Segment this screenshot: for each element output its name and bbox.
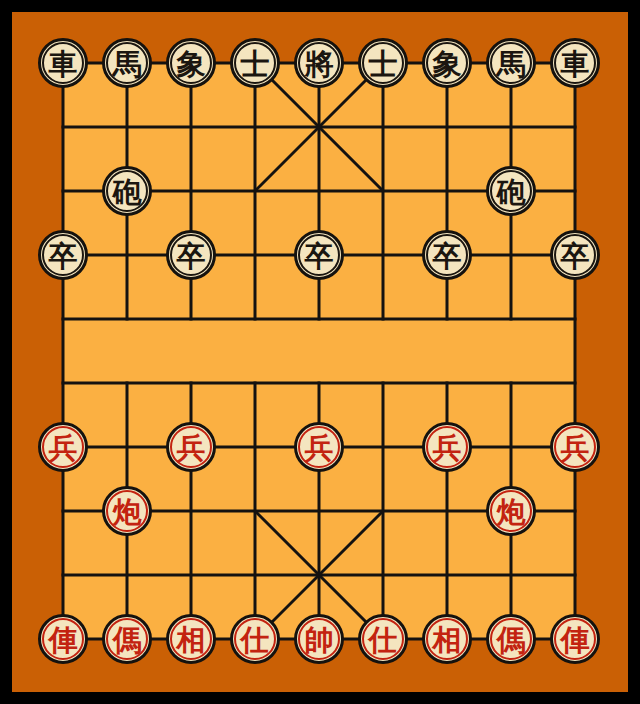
intersection-r3c3[interactable] xyxy=(223,223,287,287)
piece-glyph: 俥 xyxy=(49,626,78,655)
intersection-r9c6[interactable]: 相 xyxy=(415,607,479,671)
piece-red-soldier[interactable]: 兵 xyxy=(294,422,344,472)
intersection-r0c6[interactable]: 象 xyxy=(415,31,479,95)
piece-glyph: 象 xyxy=(177,50,206,79)
intersection-r3c0[interactable]: 卒 xyxy=(31,223,95,287)
intersection-r4c0[interactable] xyxy=(31,287,95,351)
intersection-r2c6[interactable] xyxy=(415,159,479,223)
intersection-r5c6[interactable] xyxy=(415,351,479,415)
piece-red-general[interactable]: 帥 xyxy=(294,614,344,664)
intersection-r1c0[interactable] xyxy=(31,95,95,159)
intersection-r0c3[interactable]: 士 xyxy=(223,31,287,95)
piece-black-cannon[interactable]: 砲 xyxy=(486,166,536,216)
intersection-r2c3[interactable] xyxy=(223,159,287,223)
intersection-r2c5[interactable] xyxy=(351,159,415,223)
piece-black-soldier[interactable]: 卒 xyxy=(422,230,472,280)
piece-glyph: 俥 xyxy=(561,626,590,655)
intersection-r4c1[interactable] xyxy=(95,287,159,351)
piece-red-elephant[interactable]: 相 xyxy=(166,614,216,664)
intersection-r5c7[interactable] xyxy=(479,351,543,415)
intersection-r2c2[interactable] xyxy=(159,159,223,223)
intersection-r4c6[interactable] xyxy=(415,287,479,351)
piece-glyph: 車 xyxy=(49,50,78,79)
piece-glyph: 相 xyxy=(177,626,206,655)
intersection-r5c5[interactable] xyxy=(351,351,415,415)
piece-glyph: 兵 xyxy=(49,434,78,463)
intersection-r0c5[interactable]: 士 xyxy=(351,31,415,95)
piece-glyph: 兵 xyxy=(177,434,206,463)
intersection-r7c5[interactable] xyxy=(351,479,415,543)
piece-glyph: 士 xyxy=(241,50,270,79)
intersection-r8c3[interactable] xyxy=(223,543,287,607)
piece-glyph: 車 xyxy=(561,50,590,79)
piece-glyph: 砲 xyxy=(497,178,526,207)
piece-black-general[interactable]: 將 xyxy=(294,38,344,88)
intersection-r2c7[interactable]: 砲 xyxy=(479,159,543,223)
intersection-r4c8[interactable] xyxy=(543,287,607,351)
intersection-r6c4[interactable]: 兵 xyxy=(287,415,351,479)
xiangqi-screenshot: 車馬象士將士象馬車砲砲卒卒卒卒卒兵兵兵兵兵炮炮俥傌相仕帥仕相傌俥 xyxy=(0,0,640,704)
intersection-r6c8[interactable]: 兵 xyxy=(543,415,607,479)
intersection-r6c6[interactable]: 兵 xyxy=(415,415,479,479)
piece-black-elephant[interactable]: 象 xyxy=(166,38,216,88)
intersection-r0c2[interactable]: 象 xyxy=(159,31,223,95)
intersection-r7c7[interactable]: 炮 xyxy=(479,479,543,543)
intersection-r9c8[interactable]: 俥 xyxy=(543,607,607,671)
intersection-r3c7[interactable] xyxy=(479,223,543,287)
intersection-r0c8[interactable]: 車 xyxy=(543,31,607,95)
intersection-r5c3[interactable] xyxy=(223,351,287,415)
piece-red-chariot[interactable]: 俥 xyxy=(38,614,88,664)
intersection-r7c0[interactable] xyxy=(31,479,95,543)
intersection-r0c1[interactable]: 馬 xyxy=(95,31,159,95)
piece-glyph: 帥 xyxy=(305,626,334,655)
intersection-r3c2[interactable]: 卒 xyxy=(159,223,223,287)
piece-glyph: 仕 xyxy=(369,626,398,655)
intersection-r2c1[interactable]: 砲 xyxy=(95,159,159,223)
intersection-r4c5[interactable] xyxy=(351,287,415,351)
intersection-r5c2[interactable] xyxy=(159,351,223,415)
intersection-r5c4[interactable] xyxy=(287,351,351,415)
intersection-r8c7[interactable] xyxy=(479,543,543,607)
intersection-r2c8[interactable] xyxy=(543,159,607,223)
piece-black-chariot[interactable]: 車 xyxy=(550,38,600,88)
intersection-r9c1[interactable]: 傌 xyxy=(95,607,159,671)
piece-black-cannon[interactable]: 砲 xyxy=(102,166,152,216)
piece-glyph: 炮 xyxy=(497,498,526,527)
piece-glyph: 將 xyxy=(305,50,334,79)
intersection-r4c2[interactable] xyxy=(159,287,223,351)
intersection-r3c1[interactable] xyxy=(95,223,159,287)
piece-glyph: 兵 xyxy=(305,434,334,463)
intersection-r3c4[interactable]: 卒 xyxy=(287,223,351,287)
piece-red-soldier[interactable]: 兵 xyxy=(38,422,88,472)
piece-black-advisor[interactable]: 士 xyxy=(358,38,408,88)
piece-red-elephant[interactable]: 相 xyxy=(422,614,472,664)
intersection-r6c7[interactable] xyxy=(479,415,543,479)
intersection-r9c7[interactable]: 傌 xyxy=(479,607,543,671)
piece-black-elephant[interactable]: 象 xyxy=(422,38,472,88)
piece-red-chariot[interactable]: 俥 xyxy=(550,614,600,664)
piece-red-horse[interactable]: 傌 xyxy=(102,614,152,664)
piece-black-soldier[interactable]: 卒 xyxy=(550,230,600,280)
intersection-r1c7[interactable] xyxy=(479,95,543,159)
intersection-r9c2[interactable]: 相 xyxy=(159,607,223,671)
intersection-r4c3[interactable] xyxy=(223,287,287,351)
intersection-r2c4[interactable] xyxy=(287,159,351,223)
intersection-r7c3[interactable] xyxy=(223,479,287,543)
piece-glyph: 卒 xyxy=(177,242,206,271)
piece-glyph: 兵 xyxy=(561,434,590,463)
piece-black-chariot[interactable]: 車 xyxy=(38,38,88,88)
piece-red-horse[interactable]: 傌 xyxy=(486,614,536,664)
intersection-r4c7[interactable] xyxy=(479,287,543,351)
intersection-r6c2[interactable]: 兵 xyxy=(159,415,223,479)
intersection-r6c5[interactable] xyxy=(351,415,415,479)
piece-black-advisor[interactable]: 士 xyxy=(230,38,280,88)
piece-black-horse[interactable]: 馬 xyxy=(486,38,536,88)
intersection-r9c3[interactable]: 仕 xyxy=(223,607,287,671)
intersection-r7c1[interactable]: 炮 xyxy=(95,479,159,543)
piece-red-advisor[interactable]: 仕 xyxy=(230,614,280,664)
intersection-r7c4[interactable] xyxy=(287,479,351,543)
piece-black-horse[interactable]: 馬 xyxy=(102,38,152,88)
piece-glyph: 砲 xyxy=(113,178,142,207)
intersection-r8c2[interactable] xyxy=(159,543,223,607)
intersection-r1c5[interactable] xyxy=(351,95,415,159)
intersection-r8c5[interactable] xyxy=(351,543,415,607)
intersection-r1c3[interactable] xyxy=(223,95,287,159)
piece-glyph: 象 xyxy=(433,50,462,79)
intersection-r7c6[interactable] xyxy=(415,479,479,543)
piece-glyph: 卒 xyxy=(433,242,462,271)
intersection-r4c4[interactable] xyxy=(287,287,351,351)
intersection-r3c5[interactable] xyxy=(351,223,415,287)
piece-glyph: 相 xyxy=(433,626,462,655)
piece-glyph: 仕 xyxy=(241,626,270,655)
intersection-r3c8[interactable]: 卒 xyxy=(543,223,607,287)
piece-glyph: 卒 xyxy=(305,242,334,271)
piece-red-cannon[interactable]: 炮 xyxy=(486,486,536,536)
intersection-r7c2[interactable] xyxy=(159,479,223,543)
piece-red-soldier[interactable]: 兵 xyxy=(550,422,600,472)
intersection-r6c3[interactable] xyxy=(223,415,287,479)
board: 車馬象士將士象馬車砲砲卒卒卒卒卒兵兵兵兵兵炮炮俥傌相仕帥仕相傌俥 xyxy=(31,31,607,671)
piece-red-advisor[interactable]: 仕 xyxy=(358,614,408,664)
piece-glyph: 傌 xyxy=(497,626,526,655)
intersection-r3c6[interactable]: 卒 xyxy=(415,223,479,287)
intersection-r1c1[interactable] xyxy=(95,95,159,159)
intersection-r0c4[interactable]: 將 xyxy=(287,31,351,95)
intersection-r7c8[interactable] xyxy=(543,479,607,543)
piece-glyph: 馬 xyxy=(113,50,142,79)
intersection-r5c1[interactable] xyxy=(95,351,159,415)
piece-glyph: 炮 xyxy=(113,498,142,527)
piece-red-soldier[interactable]: 兵 xyxy=(166,422,216,472)
intersection-r8c4[interactable] xyxy=(287,543,351,607)
piece-black-soldier[interactable]: 卒 xyxy=(166,230,216,280)
piece-glyph: 兵 xyxy=(433,434,462,463)
intersection-r9c4[interactable]: 帥 xyxy=(287,607,351,671)
piece-glyph: 士 xyxy=(369,50,398,79)
intersection-r9c5[interactable]: 仕 xyxy=(351,607,415,671)
intersection-r6c1[interactable] xyxy=(95,415,159,479)
piece-red-soldier[interactable]: 兵 xyxy=(422,422,472,472)
piece-glyph: 卒 xyxy=(49,242,78,271)
intersection-r0c0[interactable]: 車 xyxy=(31,31,95,95)
intersection-r8c6[interactable] xyxy=(415,543,479,607)
intersection-r8c0[interactable] xyxy=(31,543,95,607)
intersection-r1c6[interactable] xyxy=(415,95,479,159)
intersection-r1c2[interactable] xyxy=(159,95,223,159)
piece-glyph: 傌 xyxy=(113,626,142,655)
intersection-r5c0[interactable] xyxy=(31,351,95,415)
intersection-r5c8[interactable] xyxy=(543,351,607,415)
intersection-r2c0[interactable] xyxy=(31,159,95,223)
intersection-r6c0[interactable]: 兵 xyxy=(31,415,95,479)
intersection-r1c8[interactable] xyxy=(543,95,607,159)
intersection-r1c4[interactable] xyxy=(287,95,351,159)
piece-red-cannon[interactable]: 炮 xyxy=(102,486,152,536)
piece-black-soldier[interactable]: 卒 xyxy=(294,230,344,280)
piece-glyph: 馬 xyxy=(497,50,526,79)
piece-black-soldier[interactable]: 卒 xyxy=(38,230,88,280)
piece-glyph: 卒 xyxy=(561,242,590,271)
intersection-r9c0[interactable]: 俥 xyxy=(31,607,95,671)
intersection-r8c8[interactable] xyxy=(543,543,607,607)
intersection-r8c1[interactable] xyxy=(95,543,159,607)
intersection-r0c7[interactable]: 馬 xyxy=(479,31,543,95)
